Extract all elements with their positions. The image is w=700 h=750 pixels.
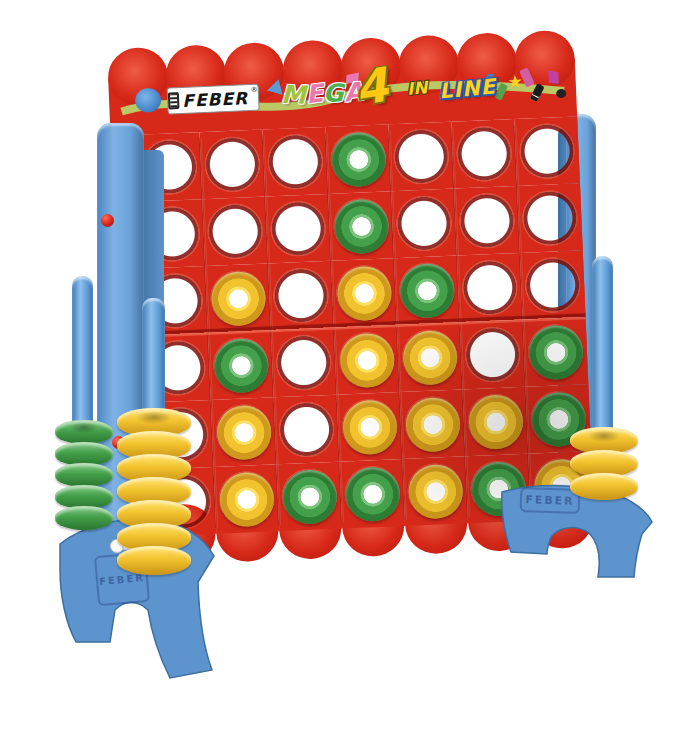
disc-yellow: [402, 329, 458, 385]
disc-green: [213, 337, 269, 393]
cell-r2c2: [202, 197, 268, 267]
disc-yellow: [210, 270, 266, 326]
cell-r3c7: [520, 250, 586, 320]
disc-yellow: [215, 404, 271, 460]
loose-ring-yellow: [117, 546, 191, 575]
left-pole-outer: [72, 276, 93, 436]
title-letter-G: G: [323, 78, 344, 108]
loose-ring-green: [55, 485, 113, 509]
loose-ring-green: [55, 506, 113, 530]
disc-yellow: [339, 332, 395, 388]
disc-yellow: [407, 463, 463, 519]
disc-green: [333, 198, 389, 254]
disc-green: [399, 262, 455, 318]
cell-r6c5: [402, 456, 468, 526]
cell-r5c5: [400, 389, 466, 459]
cell-r5c2: [211, 397, 277, 467]
disc-green: [330, 131, 386, 187]
cell-r6c4: [339, 459, 405, 529]
disc-yellow: [336, 265, 392, 321]
registered-mark: ®: [251, 86, 258, 94]
disc-green: [281, 468, 337, 524]
mega-title: MEGA: [280, 77, 363, 109]
cell-r4c7: [523, 317, 589, 387]
cell-r4c6: [460, 320, 526, 390]
loose-ring-yellow: [570, 473, 638, 500]
title-letter-E: E: [304, 79, 324, 110]
feber-emblem-icon: [168, 92, 180, 109]
cell-r1c5: [388, 122, 454, 192]
title-letter-M: M: [281, 80, 307, 110]
feber-logo-text: FEBER: [182, 88, 249, 111]
right-foot-embossed-text: FEBER: [525, 493, 575, 508]
title-in: IN: [406, 77, 428, 99]
disc-yellow: [467, 393, 523, 449]
cell-r2c6: [454, 186, 520, 256]
feber-logo: FEBER ®: [167, 84, 260, 115]
cell-r3c2: [205, 263, 271, 333]
left-pole-inner: [142, 298, 165, 424]
cell-r3c3: [268, 261, 334, 331]
disc-yellow: [218, 471, 274, 527]
cell-r3c4: [331, 258, 397, 328]
cell-r2c7: [517, 183, 583, 253]
cell-r5c3: [274, 395, 340, 465]
cell-r1c6: [451, 119, 517, 189]
cell-r2c5: [391, 189, 457, 259]
cell-r4c3: [271, 328, 337, 398]
loose-ring-green: [55, 463, 113, 487]
loose-ring-green: [55, 442, 113, 466]
disc-green: [527, 324, 583, 380]
banner-scallops: [107, 42, 574, 62]
cell-r2c3: [265, 194, 331, 264]
disc-yellow: [404, 396, 460, 452]
red-knob-upper-icon: [101, 214, 114, 227]
cell-r3c5: [394, 256, 460, 326]
cell-r3c6: [457, 253, 523, 323]
disc-green: [344, 466, 400, 522]
magenta-piece-icon: [548, 70, 559, 84]
cell-r1c3: [262, 127, 328, 197]
cell-r4c2: [208, 330, 274, 400]
cell-r4c4: [334, 325, 400, 395]
disc-yellow: [341, 399, 397, 455]
cell-r1c2: [200, 130, 266, 200]
cell-r6c3: [276, 462, 342, 532]
cell-r4c5: [397, 322, 463, 392]
cell-r2c4: [328, 191, 394, 261]
cell-r1c7: [514, 116, 580, 186]
loose-ring-green: [55, 420, 113, 444]
right-pole: [592, 256, 613, 442]
cell-r6c2: [214, 464, 280, 534]
cell-r5c4: [337, 392, 403, 462]
cell-r5c6: [463, 387, 529, 457]
cell-r1c4: [325, 124, 391, 194]
product-photo-scene: FEBER ® MEGA 4 IN LINE FEBER: [0, 0, 700, 750]
